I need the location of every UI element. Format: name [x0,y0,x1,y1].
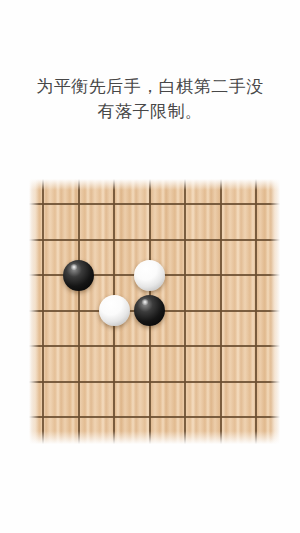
stone-white[interactable] [134,260,165,291]
instruction-line-2: 有落子限制。 [0,99,300,124]
rule-instruction-text: 为平衡先后手，白棋第二手没 有落子限制。 [0,74,300,124]
gomoku-tutorial-screen: 为平衡先后手，白棋第二手没 有落子限制。 [0,0,300,533]
instruction-line-1: 为平衡先后手，白棋第二手没 [0,74,300,99]
stone-white[interactable] [99,295,130,326]
stone-black[interactable] [134,295,165,326]
stone-black[interactable] [63,260,94,291]
stones-layer [28,178,281,446]
gomoku-board[interactable] [28,178,281,446]
